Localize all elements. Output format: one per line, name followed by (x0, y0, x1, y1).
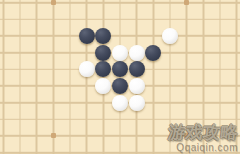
black-stone (95, 61, 111, 77)
white-stone (112, 45, 128, 61)
black-stone (79, 28, 95, 44)
white-stone (95, 78, 111, 94)
white-stone (129, 95, 145, 111)
star-point (51, 133, 56, 138)
white-stone (162, 28, 178, 44)
gomoku-board[interactable] (0, 0, 240, 154)
black-stone (112, 61, 128, 77)
white-stone (79, 61, 95, 77)
white-stone (129, 78, 145, 94)
star-point (184, 133, 189, 138)
black-stone (129, 61, 145, 77)
white-stone (129, 45, 145, 61)
star-point (184, 0, 189, 5)
black-stone (95, 28, 111, 44)
white-stone (112, 95, 128, 111)
star-point (51, 0, 56, 5)
black-stone (95, 45, 111, 61)
black-stone (112, 78, 128, 94)
game-screenshot: 游戏攻略 Qqaiqin.com (0, 0, 240, 154)
black-stone (145, 45, 161, 61)
